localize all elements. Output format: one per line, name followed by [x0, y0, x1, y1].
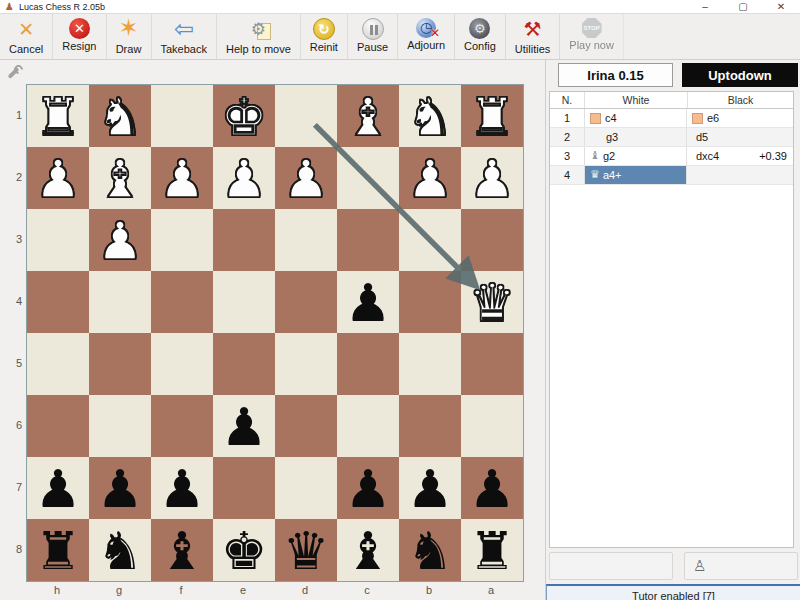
square-e1[interactable]: ♚: [213, 85, 275, 147]
wrench-icon[interactable]: [5, 64, 21, 80]
white-bishop: ♝: [337, 85, 399, 147]
square-g4[interactable]: [89, 271, 151, 333]
move-text: d5: [696, 131, 708, 143]
square-c4[interactable]: ♟: [337, 271, 399, 333]
square-h8[interactable]: ♜: [27, 519, 89, 581]
square-b1[interactable]: ♞: [399, 85, 461, 147]
white-queen: ♛: [461, 271, 523, 333]
black-pawn: ♟: [337, 271, 399, 333]
square-e3[interactable]: [213, 209, 275, 271]
square-a8[interactable]: ♜: [461, 519, 523, 581]
board-panel: 12345678 ♜♞♚♝♞♜♟♝♟♟♟♟♟♟♟♛♟♟♟♟♟♟♟♜♞♝♚♛♝♞♜…: [0, 60, 545, 600]
toolbar: ✕Cancel✕Resign✶Draw⇦Takeback⚙Help to mov…: [0, 14, 800, 60]
square-b4[interactable]: [399, 271, 461, 333]
move-row: 4♛a4+: [550, 166, 793, 185]
square-f1[interactable]: [151, 85, 213, 147]
move-row: 3♝g2dxc4+0.39: [550, 147, 793, 166]
move-eval: +0.39: [759, 150, 787, 162]
pieces-button[interactable]: ♙: [684, 552, 798, 580]
move-cell-white[interactable]: ♛a4+: [585, 166, 687, 184]
square-f2[interactable]: ♟: [151, 147, 213, 209]
adjourn-icon: ◷: [416, 18, 436, 38]
square-g1[interactable]: ♞: [89, 85, 151, 147]
black-bishop: ♝: [337, 519, 399, 581]
square-b5[interactable]: [399, 333, 461, 395]
black-queen: ♛: [275, 519, 337, 581]
square-e4[interactable]: [213, 271, 275, 333]
black-pawn: ♟: [337, 457, 399, 519]
move-number: 1: [550, 109, 585, 127]
square-g5[interactable]: [89, 333, 151, 395]
square-c1[interactable]: ♝: [337, 85, 399, 147]
utilities-icon: ⚒: [520, 16, 546, 42]
config-label: Config: [464, 40, 496, 52]
square-h1[interactable]: ♜: [27, 85, 89, 147]
move-text: g3: [606, 131, 618, 143]
square-a3[interactable]: [461, 209, 523, 271]
square-e2[interactable]: ♟: [213, 147, 275, 209]
square-d8[interactable]: ♛: [275, 519, 337, 581]
adjourn-button[interactable]: ◷Adjourn: [398, 14, 455, 59]
move-number: 3: [550, 147, 585, 165]
play-now-label: Play now: [569, 39, 614, 51]
file-label-h: h: [26, 584, 88, 596]
square-f3[interactable]: [151, 209, 213, 271]
square-g2[interactable]: ♝: [89, 147, 151, 209]
move-text: g2: [603, 150, 615, 162]
white-pawn: ♟: [399, 147, 461, 209]
resign-icon: ✕: [69, 18, 90, 39]
square-a6[interactable]: [461, 395, 523, 457]
help-to-move-icon: ⚙: [245, 16, 271, 42]
resign-label: Resign: [62, 40, 96, 52]
takeback-button[interactable]: ⇦Takeback: [152, 14, 217, 59]
draw-button[interactable]: ✶Draw: [107, 14, 152, 59]
app-pawn-icon: ♟: [5, 0, 14, 14]
figurine-queen-icon: ♛: [590, 166, 600, 184]
takeback-label: Takeback: [161, 43, 207, 55]
rank-label-8: 8: [0, 518, 22, 580]
square-f7[interactable]: ♟: [151, 457, 213, 519]
move-text: e6: [707, 112, 719, 124]
square-a1[interactable]: ♜: [461, 85, 523, 147]
analysis-bar-button[interactable]: [549, 552, 673, 580]
reinit-icon: ↻: [313, 18, 335, 40]
white-pawn: ♟: [213, 147, 275, 209]
main-area: 12345678 ♜♞♚♝♞♜♟♝♟♟♟♟♟♟♟♛♟♟♟♟♟♟♟♜♞♝♚♛♝♞♜…: [0, 60, 800, 600]
square-d4[interactable]: [275, 271, 337, 333]
draw-icon: ✶: [116, 16, 142, 42]
file-label-f: f: [150, 584, 212, 596]
side-panel: Irina 0.15 Uptodown N. White Black 1c4e6…: [545, 60, 800, 600]
file-label-c: c: [336, 584, 398, 596]
white-pawn: ♟: [275, 147, 337, 209]
move-cell-black: [687, 166, 792, 184]
black-pawn: ♟: [213, 395, 275, 457]
square-b6[interactable]: [399, 395, 461, 457]
black-pawn: ♟: [461, 457, 523, 519]
move-cell-black[interactable]: dxc4+0.39: [687, 147, 792, 165]
black-rook: ♜: [27, 519, 89, 581]
square-h2[interactable]: ♟: [27, 147, 89, 209]
move-list-header: N. White Black: [550, 92, 793, 109]
square-d7[interactable]: [275, 457, 337, 519]
file-label-a: a: [460, 584, 522, 596]
move-number: 2: [550, 128, 585, 146]
square-d2[interactable]: ♟: [275, 147, 337, 209]
utilities-label: Utilities: [515, 43, 550, 55]
move-number: 4: [550, 166, 585, 184]
black-pawn: ♟: [27, 457, 89, 519]
white-rook: ♜: [461, 85, 523, 147]
takeback-icon: ⇦: [171, 16, 197, 42]
black-king: ♚: [213, 519, 275, 581]
square-e6[interactable]: ♟: [213, 395, 275, 457]
white-pawn: ♟: [89, 209, 151, 271]
square-f5[interactable]: [151, 333, 213, 395]
square-g6[interactable]: [89, 395, 151, 457]
help-to-move-button[interactable]: ⚙Help to move: [217, 14, 301, 59]
square-h6[interactable]: [27, 395, 89, 457]
square-e8[interactable]: ♚: [213, 519, 275, 581]
white-pawn: ♟: [151, 147, 213, 209]
black-bishop: ♝: [151, 519, 213, 581]
pause-button[interactable]: Pause: [348, 14, 398, 59]
move-list-panel: N. White Black 1c4e62g3d53♝g2dxc4+0.394♛…: [549, 91, 794, 548]
black-pawn: ♟: [151, 457, 213, 519]
rank-label-2: 2: [0, 146, 22, 208]
maximize-button[interactable]: ▢: [724, 0, 762, 13]
square-c7[interactable]: ♟: [337, 457, 399, 519]
play-now-button: STOPPlay now: [560, 14, 624, 59]
move-row: 1c4e6: [550, 109, 793, 128]
config-button[interactable]: ⚙Config: [455, 14, 506, 59]
pause-icon: [362, 18, 384, 40]
book-move-marker: [590, 113, 601, 124]
file-label-e: e: [212, 584, 274, 596]
file-labels: hgfedcba: [26, 584, 522, 596]
chess-board: ♜♞♚♝♞♜♟♝♟♟♟♟♟♟♟♛♟♟♟♟♟♟♟♜♞♝♚♛♝♞♜: [26, 84, 524, 582]
black-rook: ♜: [461, 519, 523, 581]
minimize-button[interactable]: –: [686, 0, 724, 13]
square-d1[interactable]: [275, 85, 337, 147]
help-to-move-label: Help to move: [226, 43, 291, 55]
white-player-button[interactable]: Irina 0.15: [558, 63, 673, 87]
black-pawn: ♟: [399, 457, 461, 519]
black-knight: ♞: [89, 519, 151, 581]
rank-label-3: 3: [0, 208, 22, 270]
move-cell-white[interactable]: ♝g2: [585, 147, 687, 165]
white-pawn: ♟: [27, 147, 89, 209]
square-g7[interactable]: ♟: [89, 457, 151, 519]
title-bar: ♟ Lucas Chess R 2.05b – ▢ ✕: [0, 0, 800, 14]
file-label-b: b: [398, 584, 460, 596]
square-b2[interactable]: ♟: [399, 147, 461, 209]
black-knight: ♞: [399, 519, 461, 581]
square-c8[interactable]: ♝: [337, 519, 399, 581]
square-c3[interactable]: [337, 209, 399, 271]
reinit-label: Reinit: [310, 41, 338, 53]
move-text: c4: [605, 112, 617, 124]
move-cell-white[interactable]: c4: [585, 109, 687, 127]
app-window: ♟ Lucas Chess R 2.05b – ▢ ✕ ✕Cancel✕Resi…: [0, 0, 800, 600]
square-a2[interactable]: ♟: [461, 147, 523, 209]
move-row: 2g3d5: [550, 128, 793, 147]
square-h5[interactable]: [27, 333, 89, 395]
black-pawn: ♟: [89, 457, 151, 519]
square-a5[interactable]: [461, 333, 523, 395]
rank-label-6: 6: [0, 394, 22, 456]
white-king: ♚: [213, 85, 275, 147]
rank-label-5: 5: [0, 332, 22, 394]
file-label-g: g: [88, 584, 150, 596]
window-controls: – ▢ ✕: [686, 0, 800, 13]
move-cell-black[interactable]: d5: [687, 128, 792, 146]
square-b3[interactable]: [399, 209, 461, 271]
reinit-button[interactable]: ↻Reinit: [301, 14, 348, 59]
square-f4[interactable]: [151, 271, 213, 333]
file-label-d: d: [274, 584, 336, 596]
square-f6[interactable]: [151, 395, 213, 457]
square-b7[interactable]: ♟: [399, 457, 461, 519]
black-player-button[interactable]: Uptodown: [682, 63, 798, 87]
square-h7[interactable]: ♟: [27, 457, 89, 519]
rank-labels: 12345678: [0, 84, 24, 580]
draw-label: Draw: [116, 43, 142, 55]
config-icon: ⚙: [469, 18, 490, 39]
figurine-bishop-icon: ♝: [590, 147, 600, 165]
square-a4[interactable]: ♛: [461, 271, 523, 333]
move-text: a4+: [603, 169, 622, 181]
cancel-label: Cancel: [9, 43, 43, 55]
play-now-icon: STOP: [582, 18, 602, 38]
utilities-button[interactable]: ⚒Utilities: [506, 14, 560, 59]
square-h4[interactable]: [27, 271, 89, 333]
rank-label-4: 4: [0, 270, 22, 332]
tutor-enabled-button[interactable]: Tutor enabled [7]: [546, 584, 800, 600]
move-cell-white[interactable]: g3: [585, 128, 687, 146]
square-c6[interactable]: [337, 395, 399, 457]
pawn-icon: ♙: [693, 557, 706, 575]
rank-label-7: 7: [0, 456, 22, 518]
move-list-body: 1c4e62g3d53♝g2dxc4+0.394♛a4+: [550, 109, 793, 185]
square-b8[interactable]: ♞: [399, 519, 461, 581]
white-pawn: ♟: [461, 147, 523, 209]
square-c2[interactable]: [337, 147, 399, 209]
header-move-number: N.: [550, 92, 585, 108]
cancel-icon: ✕: [13, 16, 39, 42]
square-a7[interactable]: ♟: [461, 457, 523, 519]
close-button[interactable]: ✕: [762, 0, 800, 13]
square-e7[interactable]: [213, 457, 275, 519]
header-white: White: [585, 92, 688, 108]
square-d6[interactable]: [275, 395, 337, 457]
book-move-marker: [692, 113, 703, 124]
cancel-button[interactable]: ✕Cancel: [0, 14, 53, 59]
square-h3[interactable]: [27, 209, 89, 271]
square-g3[interactable]: ♟: [89, 209, 151, 271]
square-d3[interactable]: [275, 209, 337, 271]
rank-label-1: 1: [0, 84, 22, 146]
square-d5[interactable]: [275, 333, 337, 395]
white-knight: ♞: [399, 85, 461, 147]
white-knight: ♞: [89, 85, 151, 147]
resign-button[interactable]: ✕Resign: [53, 14, 106, 59]
move-text: dxc4: [696, 150, 719, 162]
square-e5[interactable]: [213, 333, 275, 395]
square-f8[interactable]: ♝: [151, 519, 213, 581]
window-title: Lucas Chess R 2.05b: [19, 2, 105, 12]
square-g8[interactable]: ♞: [89, 519, 151, 581]
move-cell-black[interactable]: e6: [687, 109, 792, 127]
white-rook: ♜: [27, 85, 89, 147]
white-bishop: ♝: [89, 147, 151, 209]
square-c5[interactable]: [337, 333, 399, 395]
header-black: Black: [688, 92, 793, 108]
pause-label: Pause: [357, 41, 388, 53]
